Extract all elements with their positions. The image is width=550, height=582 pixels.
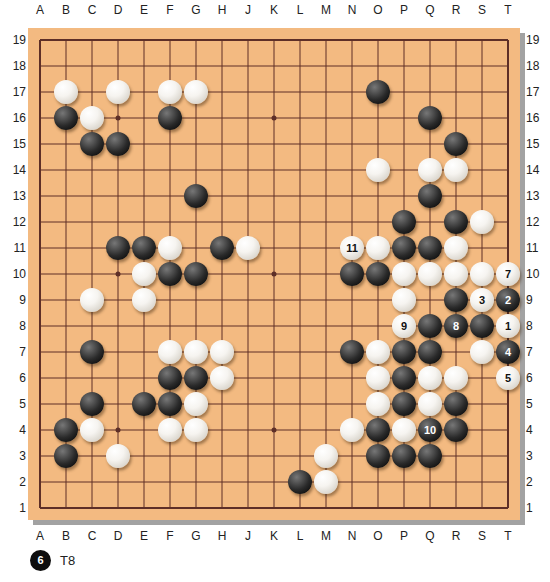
col-label-top-a: A xyxy=(27,2,53,18)
row-label-right-11: 11 xyxy=(526,240,550,256)
col-label-bottom-m: M xyxy=(313,528,339,544)
row-label-left-10: 10 xyxy=(2,266,26,282)
star-point-k4 xyxy=(272,428,277,433)
col-label-bottom-f: F xyxy=(157,528,183,544)
row-label-left-15: 15 xyxy=(2,136,26,152)
stone-e9 xyxy=(132,288,156,312)
move-7-stone-t10: 7 xyxy=(496,262,520,286)
row-label-right-13: 13 xyxy=(526,188,550,204)
stone-h7 xyxy=(210,340,234,364)
stone-r6 xyxy=(444,366,468,390)
col-label-top-s: S xyxy=(469,2,495,18)
stone-q8 xyxy=(418,314,442,338)
stone-q11 xyxy=(418,236,442,260)
stone-e10 xyxy=(132,262,156,286)
stone-r12 xyxy=(444,210,468,234)
caption-stone-black-6: 6 xyxy=(30,550,51,571)
row-label-right-1: 1 xyxy=(526,500,550,516)
stone-p6 xyxy=(392,366,416,390)
go-board[interactable]: 117329814510 xyxy=(28,28,520,520)
move-8-stone-r8: 8 xyxy=(444,314,468,338)
col-label-bottom-h: H xyxy=(209,528,235,544)
stone-h6 xyxy=(210,366,234,390)
col-label-bottom-e: E xyxy=(131,528,157,544)
row-label-right-19: 19 xyxy=(526,32,550,48)
stone-d11 xyxy=(106,236,130,260)
col-label-top-j: J xyxy=(235,2,261,18)
col-label-bottom-o: O xyxy=(365,528,391,544)
stone-s7 xyxy=(470,340,494,364)
stone-r9 xyxy=(444,288,468,312)
col-label-top-h: H xyxy=(209,2,235,18)
stone-c16 xyxy=(80,106,104,130)
stone-o14 xyxy=(366,158,390,182)
stone-p4 xyxy=(392,418,416,442)
stone-q14 xyxy=(418,158,442,182)
row-label-right-7: 7 xyxy=(526,344,550,360)
stone-f16 xyxy=(158,106,182,130)
col-label-bottom-b: B xyxy=(53,528,79,544)
move-3-stone-s9: 3 xyxy=(470,288,494,312)
stone-e11 xyxy=(132,236,156,260)
stone-q16 xyxy=(418,106,442,130)
row-label-left-16: 16 xyxy=(2,110,26,126)
col-label-bottom-c: C xyxy=(79,528,105,544)
row-label-right-18: 18 xyxy=(526,58,550,74)
star-point-d16 xyxy=(116,116,121,121)
stone-o10 xyxy=(366,262,390,286)
stone-f7 xyxy=(158,340,182,364)
row-label-left-19: 19 xyxy=(2,32,26,48)
stone-r14 xyxy=(444,158,468,182)
move-5-stone-t6: 5 xyxy=(496,366,520,390)
row-label-right-14: 14 xyxy=(526,162,550,178)
row-label-left-18: 18 xyxy=(2,58,26,74)
col-label-bottom-q: Q xyxy=(417,528,443,544)
stone-s10 xyxy=(470,262,494,286)
stone-q10 xyxy=(418,262,442,286)
stone-c15 xyxy=(80,132,104,156)
row-label-left-1: 1 xyxy=(2,500,26,516)
row-label-right-10: 10 xyxy=(526,266,550,282)
stone-c5 xyxy=(80,392,104,416)
col-label-top-e: E xyxy=(131,2,157,18)
row-label-right-5: 5 xyxy=(526,396,550,412)
stone-n7 xyxy=(340,340,364,364)
stone-r15 xyxy=(444,132,468,156)
col-label-bottom-r: R xyxy=(443,528,469,544)
col-label-bottom-l: L xyxy=(287,528,313,544)
col-label-top-q: Q xyxy=(417,2,443,18)
row-label-left-7: 7 xyxy=(2,344,26,360)
row-label-right-4: 4 xyxy=(526,422,550,438)
stone-q7 xyxy=(418,340,442,364)
stone-q13 xyxy=(418,184,442,208)
stone-f6 xyxy=(158,366,182,390)
stone-s8 xyxy=(470,314,494,338)
move-2-stone-t9: 2 xyxy=(496,288,520,312)
stone-f17 xyxy=(158,80,182,104)
stone-g4 xyxy=(184,418,208,442)
stone-d17 xyxy=(106,80,130,104)
stone-r10 xyxy=(444,262,468,286)
row-label-right-16: 16 xyxy=(526,110,550,126)
stone-e5 xyxy=(132,392,156,416)
star-point-k10 xyxy=(272,272,277,277)
stone-f4 xyxy=(158,418,182,442)
col-label-bottom-t: T xyxy=(495,528,521,544)
row-label-right-17: 17 xyxy=(526,84,550,100)
stone-o4 xyxy=(366,418,390,442)
stone-l2 xyxy=(288,470,312,494)
stone-f11 xyxy=(158,236,182,260)
stone-o17 xyxy=(366,80,390,104)
star-point-d4 xyxy=(116,428,121,433)
col-label-top-n: N xyxy=(339,2,365,18)
star-point-k16 xyxy=(272,116,277,121)
col-label-bottom-g: G xyxy=(183,528,209,544)
col-label-bottom-p: P xyxy=(391,528,417,544)
stone-p5 xyxy=(392,392,416,416)
col-label-top-o: O xyxy=(365,2,391,18)
stone-g6 xyxy=(184,366,208,390)
stone-n4 xyxy=(340,418,364,442)
row-label-left-8: 8 xyxy=(2,318,26,334)
col-label-bottom-a: A xyxy=(27,528,53,544)
stone-p7 xyxy=(392,340,416,364)
row-label-left-4: 4 xyxy=(2,422,26,438)
row-label-right-9: 9 xyxy=(526,292,550,308)
stone-c9 xyxy=(80,288,104,312)
stone-p3 xyxy=(392,444,416,468)
stone-g5 xyxy=(184,392,208,416)
stone-h11 xyxy=(210,236,234,260)
stone-m2 xyxy=(314,470,338,494)
move-11-stone-n11: 11 xyxy=(340,236,364,260)
col-label-top-c: C xyxy=(79,2,105,18)
row-label-left-14: 14 xyxy=(2,162,26,178)
col-label-top-r: R xyxy=(443,2,469,18)
row-label-left-6: 6 xyxy=(2,370,26,386)
col-label-bottom-k: K xyxy=(261,528,287,544)
col-label-top-k: K xyxy=(261,2,287,18)
row-label-left-9: 9 xyxy=(2,292,26,308)
stone-c7 xyxy=(80,340,104,364)
stone-p12 xyxy=(392,210,416,234)
stone-o5 xyxy=(366,392,390,416)
stone-d15 xyxy=(106,132,130,156)
row-label-left-5: 5 xyxy=(2,396,26,412)
stone-r11 xyxy=(444,236,468,260)
col-label-bottom-d: D xyxy=(105,528,131,544)
move-caption: 6 T8 xyxy=(30,548,75,572)
stone-q6 xyxy=(418,366,442,390)
stone-b16 xyxy=(54,106,78,130)
go-diagram: 117329814510 6 T8 AABBCCDDEEFFGGHHJJKKLL… xyxy=(0,0,550,582)
row-label-left-3: 3 xyxy=(2,448,26,464)
stone-p11 xyxy=(392,236,416,260)
row-label-left-2: 2 xyxy=(2,474,26,490)
stone-p10 xyxy=(392,262,416,286)
row-label-right-12: 12 xyxy=(526,214,550,230)
move-4-stone-t7: 4 xyxy=(496,340,520,364)
stone-f5 xyxy=(158,392,182,416)
move-9-stone-p8: 9 xyxy=(392,314,416,338)
row-label-right-3: 3 xyxy=(526,448,550,464)
move-10-stone-q4: 10 xyxy=(418,418,442,442)
col-label-top-b: B xyxy=(53,2,79,18)
row-label-left-11: 11 xyxy=(2,240,26,256)
stone-r5 xyxy=(444,392,468,416)
stone-n10 xyxy=(340,262,364,286)
stone-o6 xyxy=(366,366,390,390)
stone-o11 xyxy=(366,236,390,260)
stone-m3 xyxy=(314,444,338,468)
col-label-top-f: F xyxy=(157,2,183,18)
col-label-top-l: L xyxy=(287,2,313,18)
stone-q3 xyxy=(418,444,442,468)
stone-p9 xyxy=(392,288,416,312)
col-label-top-p: P xyxy=(391,2,417,18)
col-label-bottom-n: N xyxy=(339,528,365,544)
stone-g17 xyxy=(184,80,208,104)
row-label-right-8: 8 xyxy=(526,318,550,334)
col-label-top-d: D xyxy=(105,2,131,18)
stone-s12 xyxy=(470,210,494,234)
row-label-right-15: 15 xyxy=(526,136,550,152)
stone-f10 xyxy=(158,262,182,286)
row-label-left-17: 17 xyxy=(2,84,26,100)
col-label-top-t: T xyxy=(495,2,521,18)
row-label-left-12: 12 xyxy=(2,214,26,230)
col-label-top-g: G xyxy=(183,2,209,18)
stone-b4 xyxy=(54,418,78,442)
stone-g7 xyxy=(184,340,208,364)
stone-c4 xyxy=(80,418,104,442)
star-point-d10 xyxy=(116,272,121,277)
stone-o7 xyxy=(366,340,390,364)
stone-d3 xyxy=(106,444,130,468)
stone-g10 xyxy=(184,262,208,286)
stone-j11 xyxy=(236,236,260,260)
row-label-left-13: 13 xyxy=(2,188,26,204)
row-label-right-6: 6 xyxy=(526,370,550,386)
stone-o3 xyxy=(366,444,390,468)
caption-coordinate: T8 xyxy=(60,553,75,568)
move-1-stone-t8: 1 xyxy=(496,314,520,338)
stone-r4 xyxy=(444,418,468,442)
stone-b17 xyxy=(54,80,78,104)
stone-g13 xyxy=(184,184,208,208)
col-label-bottom-s: S xyxy=(469,528,495,544)
col-label-bottom-j: J xyxy=(235,528,261,544)
stone-q5 xyxy=(418,392,442,416)
col-label-top-m: M xyxy=(313,2,339,18)
row-label-right-2: 2 xyxy=(526,474,550,490)
stone-b3 xyxy=(54,444,78,468)
